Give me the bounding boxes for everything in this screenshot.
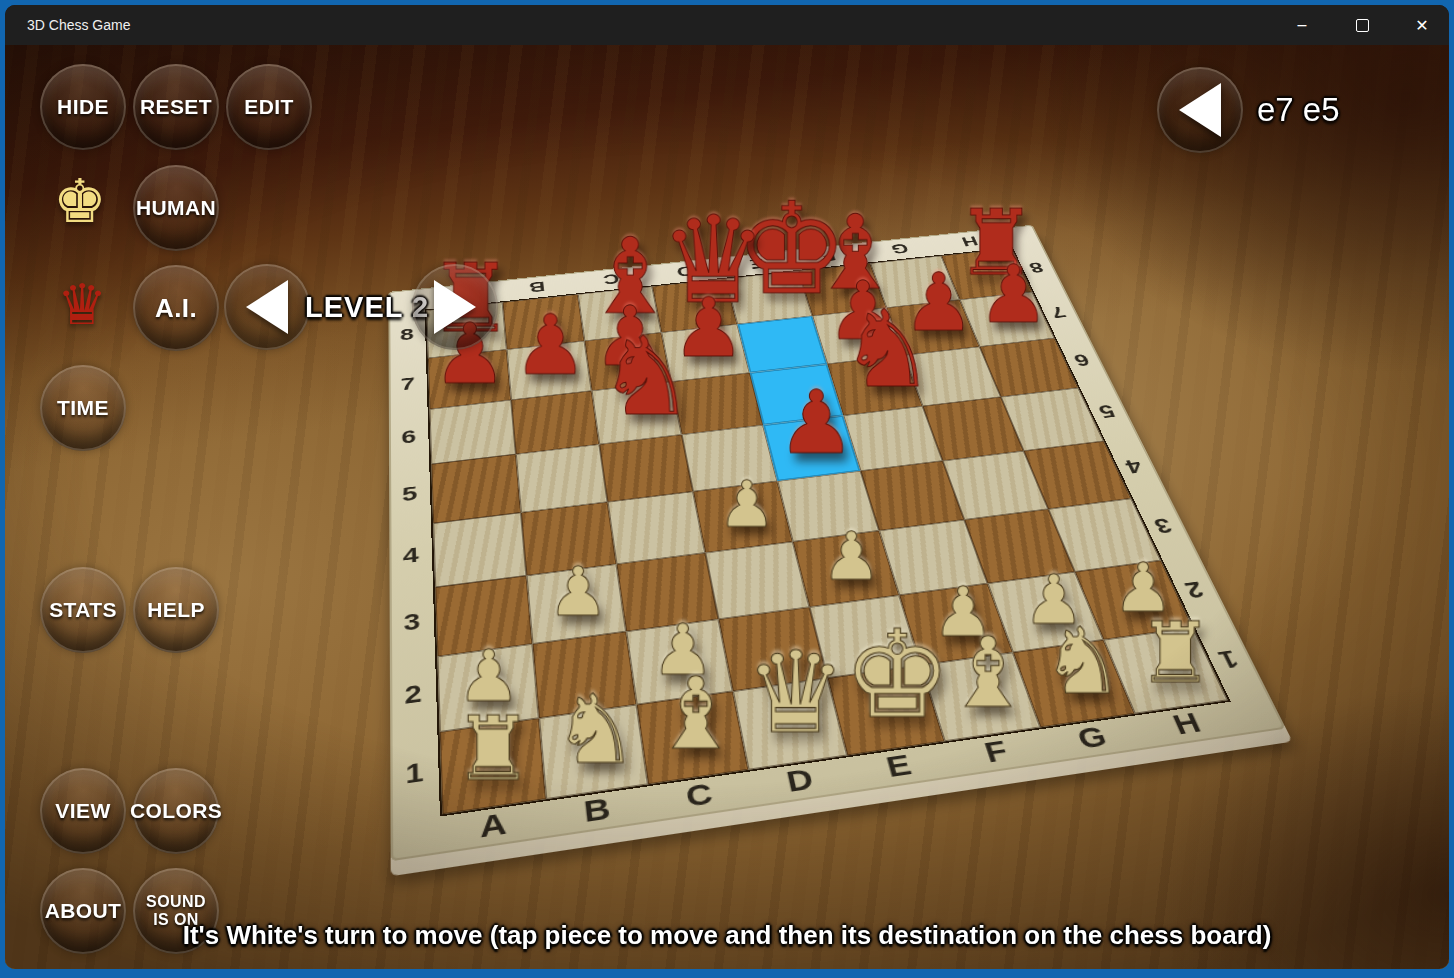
square-c4[interactable] (608, 491, 706, 564)
square-a7[interactable]: ♟ (428, 349, 511, 409)
piece-red-p-e5[interactable]: ♟ (774, 379, 858, 466)
ai-button[interactable]: A.I. (133, 265, 219, 351)
time-button[interactable]: TIME (40, 365, 126, 451)
piece-white-r-a1[interactable]: ♜ (442, 704, 544, 793)
coord-label-7: 7 (389, 357, 428, 412)
last-move-label: e7 e5 (1257, 91, 1340, 129)
piece-white-k-e1[interactable]: ♚ (843, 614, 942, 735)
left-arrow-icon (246, 280, 288, 334)
reset-button[interactable]: RESET (133, 64, 219, 150)
piece-white-b-f1[interactable]: ♝ (939, 624, 1037, 721)
square-a5[interactable] (431, 454, 521, 523)
stats-button[interactable]: STATS (40, 567, 126, 653)
square-b7[interactable]: ♟ (507, 341, 592, 400)
piece-white-b-c1[interactable]: ♝ (646, 664, 747, 763)
view-button[interactable]: VIEW (40, 768, 126, 854)
level-down-button[interactable] (224, 264, 310, 350)
square-b6[interactable] (511, 391, 599, 454)
title-bar: 3D Chess Game – ✕ (5, 5, 1449, 45)
square-d3[interactable] (705, 542, 809, 620)
square-c5[interactable] (599, 435, 693, 502)
piece-white-n-b1[interactable]: ♞ (545, 683, 646, 778)
right-arrow-icon (434, 280, 476, 334)
minimize-button[interactable]: – (1289, 12, 1315, 38)
coord-label-5: 5 (389, 463, 431, 527)
coord-label-2: 2 (390, 655, 437, 737)
square-b5[interactable] (516, 444, 608, 512)
undo-move-button[interactable] (1157, 67, 1243, 153)
square-e7[interactable] (737, 316, 827, 373)
edit-button[interactable]: EDIT (226, 64, 312, 150)
window-title: 3D Chess Game (27, 17, 130, 33)
coord-label-1: 1 (390, 730, 440, 819)
game-area: ABCDEFGH ABCDEFGH 87654321 87654321 ♜♝♛♚… (5, 45, 1449, 969)
square-a1[interactable]: ♜ (440, 718, 546, 814)
level-up-button[interactable] (412, 264, 498, 350)
red-queen-icon: ♛ (57, 277, 107, 333)
coord-label-4: 4 (389, 522, 433, 591)
help-button[interactable]: HELP (133, 567, 219, 653)
chess-board: ABCDEFGH ABCDEFGH 87654321 87654321 ♜♝♛♚… (388, 225, 1286, 862)
piece-red-n-c6[interactable]: ♞ (598, 322, 680, 430)
piece-white-r-h1[interactable]: ♜ (1127, 610, 1224, 694)
status-message: It's White's turn to move (tap piece to … (5, 920, 1449, 951)
square-a6[interactable] (430, 400, 516, 464)
app-window: 3D Chess Game – ✕ ABCDEFGH ABCDEFGH 8765… (5, 5, 1449, 969)
square-c1[interactable]: ♝ (637, 691, 749, 784)
square-c6[interactable]: ♞ (592, 382, 682, 445)
coord-label-3: 3 (390, 586, 435, 661)
level-label: LEVEL 2 (305, 291, 429, 324)
piece-white-p-e3[interactable]: ♟ (806, 524, 897, 590)
undo-arrow-icon (1179, 83, 1221, 137)
square-e3[interactable]: ♟ (793, 531, 899, 607)
square-a4[interactable] (433, 513, 526, 588)
coord-label-6: 6 (389, 408, 429, 468)
square-d1[interactable]: ♛ (733, 678, 847, 770)
hide-button[interactable]: HIDE (40, 64, 126, 150)
square-b3[interactable]: ♟ (526, 564, 626, 644)
window-controls: – ✕ (1289, 5, 1435, 45)
piece-white-p-b3[interactable]: ♟ (532, 558, 625, 626)
colors-button[interactable]: COLORS (133, 768, 219, 854)
square-d4[interactable]: ♟ (693, 481, 793, 553)
piece-white-n-g1[interactable]: ♞ (1034, 616, 1132, 708)
close-button[interactable]: ✕ (1409, 12, 1435, 38)
piece-white-p-d4[interactable]: ♟ (703, 473, 791, 537)
board-frame: ABCDEFGH ABCDEFGH 87654321 87654321 ♜♝♛♚… (388, 225, 1286, 862)
square-b1[interactable]: ♞ (539, 705, 648, 800)
piece-red-p-b7[interactable]: ♟ (511, 304, 591, 387)
maximize-button[interactable] (1349, 12, 1375, 38)
white-king-icon: ♚ (53, 171, 107, 231)
maximize-icon (1356, 19, 1369, 32)
human-button[interactable]: HUMAN (133, 165, 219, 251)
piece-white-q-d1[interactable]: ♛ (745, 636, 845, 749)
square-e5[interactable]: ♟ (763, 416, 861, 482)
